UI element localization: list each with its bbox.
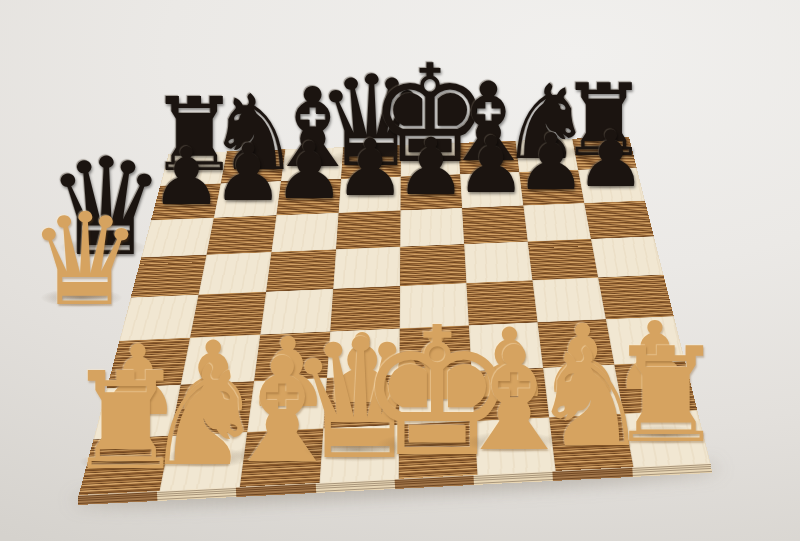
square-g5[interactable]	[528, 239, 598, 280]
square-h5[interactable]	[591, 236, 664, 277]
square-b5[interactable]	[199, 252, 272, 295]
spare-white-queen[interactable]: ♛	[28, 196, 143, 324]
square-h6[interactable]	[584, 201, 654, 239]
square-f5[interactable]	[464, 242, 532, 284]
square-e5[interactable]	[400, 244, 466, 286]
piece-white-rook-h1[interactable]: ♜	[607, 331, 725, 462]
square-c5[interactable]	[266, 249, 336, 291]
square-d5[interactable]	[333, 247, 400, 289]
square-g6[interactable]	[523, 203, 591, 241]
piece-black-pawn-b7[interactable]: ♟	[213, 134, 284, 213]
square-e6[interactable]	[400, 208, 464, 247]
square-d6[interactable]	[336, 210, 400, 249]
piece-black-pawn-h7[interactable]: ♟	[576, 121, 646, 199]
studio-backdrop: ♜♞♝♛♚♝♞♜♟♟♟♟♟♟♟♟♟♟♟♟♟♟♟♟♜♞♝♛♚♝♞♜♛♛	[0, 0, 800, 541]
square-f6[interactable]	[462, 206, 528, 245]
